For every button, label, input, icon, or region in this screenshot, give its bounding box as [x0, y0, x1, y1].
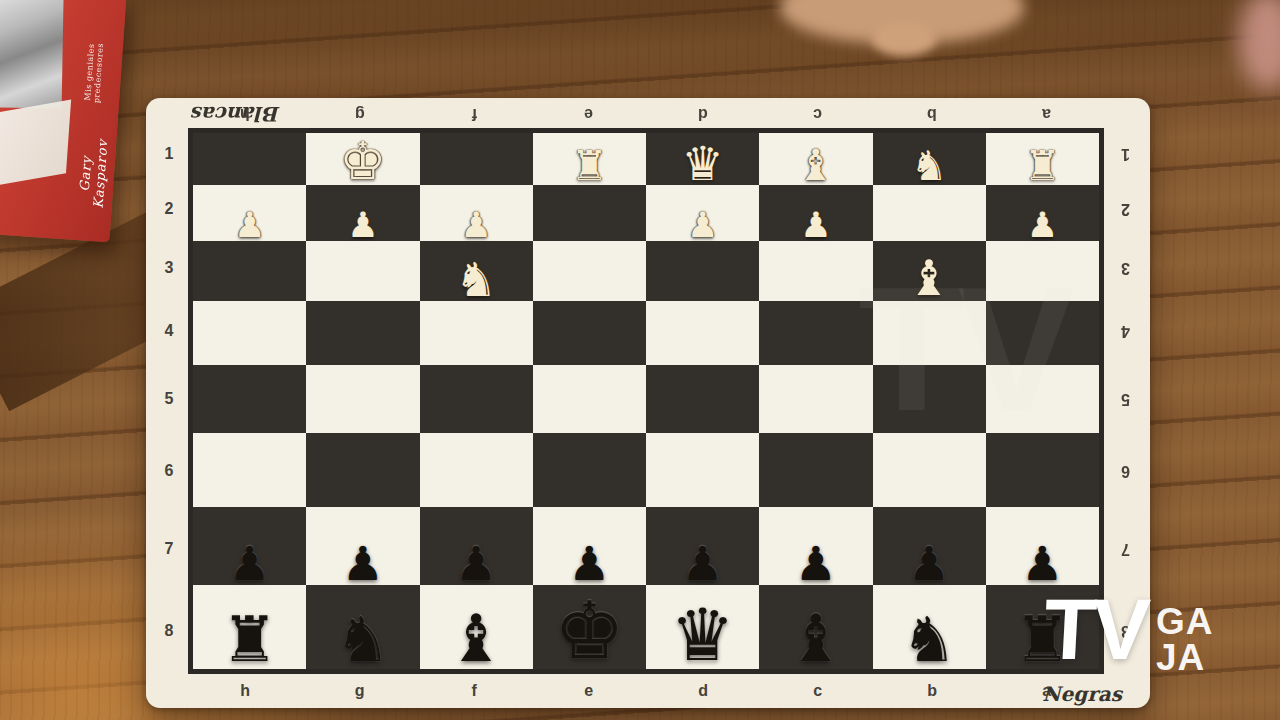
- piece-white-knight-f3[interactable]: ♞: [455, 256, 497, 303]
- piece-black-pawn-e7[interactable]: ♟: [568, 540, 610, 587]
- piece-white-pawn-a2[interactable]: ♟: [1027, 208, 1058, 243]
- square-d3[interactable]: [646, 241, 759, 301]
- channel-line-1: GA: [1156, 604, 1214, 640]
- square-e3[interactable]: [533, 241, 646, 301]
- square-b1[interactable]: ♞: [873, 133, 986, 185]
- square-f5[interactable]: [420, 365, 533, 434]
- square-g7[interactable]: ♟: [306, 507, 419, 586]
- tv-logo-watermark: TV: [1041, 580, 1148, 679]
- square-e2[interactable]: [533, 185, 646, 241]
- square-h4[interactable]: [193, 301, 306, 365]
- piece-black-knight-g8[interactable]: ♞: [335, 609, 391, 671]
- kasparov-book: Gary Kasparov Mis geniales predecesores: [0, 0, 126, 242]
- square-a2[interactable]: ♟: [986, 185, 1099, 241]
- square-c7[interactable]: ♟: [759, 507, 872, 586]
- file-label-g: g: [355, 105, 365, 123]
- piece-white-pawn-f2[interactable]: ♟: [460, 208, 491, 243]
- file-label-h: h: [240, 105, 250, 123]
- piece-black-bishop-c8[interactable]: ♝: [787, 606, 845, 671]
- book-spine: Gary Kasparov Mis geniales predecesores: [75, 20, 119, 222]
- square-h8[interactable]: ♜: [193, 585, 306, 669]
- piece-black-pawn-h7[interactable]: ♟: [229, 540, 271, 587]
- square-c1[interactable]: ♝: [759, 133, 872, 185]
- left-rank-labels: 12345678: [154, 128, 184, 674]
- square-c6[interactable]: [759, 433, 872, 506]
- piece-black-pawn-f7[interactable]: ♟: [455, 540, 497, 587]
- file-label-d: d: [698, 105, 708, 123]
- square-h3[interactable]: [193, 241, 306, 301]
- file-label-b: b: [927, 105, 937, 123]
- square-a1[interactable]: ♜: [986, 133, 1099, 185]
- square-c2[interactable]: ♟: [759, 185, 872, 241]
- square-d4[interactable]: [646, 301, 759, 365]
- square-e8[interactable]: ♚: [533, 585, 646, 669]
- rank-label-3: 3: [165, 259, 174, 277]
- square-g6[interactable]: [306, 433, 419, 506]
- square-h6[interactable]: [193, 433, 306, 506]
- piece-black-pawn-d7[interactable]: ♟: [682, 540, 724, 587]
- book-cover-band: [0, 99, 71, 190]
- top-file-labels: hgfedcba: [188, 102, 1104, 126]
- piece-black-pawn-b7[interactable]: ♟: [908, 540, 950, 587]
- square-g1[interactable]: ♚: [306, 133, 419, 185]
- square-e5[interactable]: [533, 365, 646, 434]
- piece-white-rook-a1[interactable]: ♜: [1024, 146, 1061, 187]
- square-b8[interactable]: ♞: [873, 585, 986, 669]
- square-g3[interactable]: [306, 241, 419, 301]
- rank-label-4: 4: [1121, 322, 1130, 340]
- presenter-hand-knuckle: [872, 22, 936, 56]
- rank-label-2: 2: [1121, 200, 1130, 218]
- file-label-e: e: [584, 105, 593, 123]
- book-cover-photo: [0, 0, 64, 109]
- square-d5[interactable]: [646, 365, 759, 434]
- rank-label-1: 1: [165, 145, 174, 163]
- square-g5[interactable]: [306, 365, 419, 434]
- square-b6[interactable]: [873, 433, 986, 506]
- chess-board: Blancas hgfedcba 12345678 12345678 ♚♜♛♝♞…: [146, 98, 1150, 708]
- square-d1[interactable]: ♛: [646, 133, 759, 185]
- square-f1[interactable]: [420, 133, 533, 185]
- square-f2[interactable]: ♟: [420, 185, 533, 241]
- rank-label-6: 6: [1121, 462, 1130, 480]
- book-title: Mis geniales predecesores: [81, 20, 118, 125]
- black-side-label: Negras: [1042, 682, 1122, 706]
- rank-label-4: 4: [165, 322, 174, 340]
- square-c5[interactable]: [759, 365, 872, 434]
- square-e6[interactable]: [533, 433, 646, 506]
- piece-black-knight-b8[interactable]: ♞: [901, 609, 957, 671]
- square-e4[interactable]: [533, 301, 646, 365]
- square-e7[interactable]: ♟: [533, 507, 646, 586]
- top-right-blur-object: [1238, 0, 1280, 90]
- square-d7[interactable]: ♟: [646, 507, 759, 586]
- rank-label-7: 7: [165, 540, 174, 558]
- piece-white-pawn-c2[interactable]: ♟: [800, 208, 831, 243]
- piece-black-bishop-f8[interactable]: ♝: [447, 606, 505, 671]
- rank-label-1: 1: [1121, 145, 1130, 163]
- file-label-a: a: [1042, 105, 1051, 123]
- square-f4[interactable]: [420, 301, 533, 365]
- square-f8[interactable]: ♝: [420, 585, 533, 669]
- square-b5[interactable]: [873, 365, 986, 434]
- piece-white-rook-e1[interactable]: ♜: [571, 146, 608, 187]
- square-a3[interactable]: [986, 241, 1099, 301]
- square-a7[interactable]: ♟: [986, 507, 1099, 586]
- file-label-f: f: [472, 105, 477, 123]
- piece-black-queen-d8[interactable]: ♛: [670, 599, 735, 671]
- piece-white-bishop-b3[interactable]: ♝: [907, 254, 951, 303]
- piece-white-pawn-g2[interactable]: ♟: [347, 208, 378, 243]
- file-label-h: h: [240, 682, 250, 700]
- square-c3[interactable]: [759, 241, 872, 301]
- piece-white-knight-b1[interactable]: ♞: [911, 146, 948, 187]
- square-h1[interactable]: [193, 133, 306, 185]
- scene: Gary Kasparov Mis geniales predecesores …: [0, 0, 1280, 720]
- square-g2[interactable]: ♟: [306, 185, 419, 241]
- rank-label-5: 5: [165, 390, 174, 408]
- file-label-c: c: [813, 682, 822, 700]
- square-e1[interactable]: ♜: [533, 133, 646, 185]
- square-b3[interactable]: ♝: [873, 241, 986, 301]
- square-b2[interactable]: [873, 185, 986, 241]
- square-b7[interactable]: ♟: [873, 507, 986, 586]
- channel-name-watermark: GA JA: [1156, 604, 1214, 676]
- piece-black-king-e8[interactable]: ♚: [554, 592, 625, 671]
- file-label-c: c: [813, 105, 822, 123]
- piece-white-bishop-c1[interactable]: ♝: [797, 144, 836, 187]
- square-d6[interactable]: [646, 433, 759, 506]
- board-grid: ♚♜♛♝♞♜♟♟♟♟♟♟♞♝♟♟♟♟♟♟♟♟♜♞♝♚♛♝♞♜: [188, 128, 1104, 674]
- channel-line-2: JA: [1156, 640, 1214, 676]
- piece-white-king-g1[interactable]: ♚: [340, 135, 387, 187]
- rank-label-3: 3: [1121, 259, 1130, 277]
- square-d2[interactable]: ♟: [646, 185, 759, 241]
- square-c4[interactable]: [759, 301, 872, 365]
- file-label-g: g: [355, 682, 365, 700]
- rank-label-2: 2: [165, 200, 174, 218]
- square-b4[interactable]: [873, 301, 986, 365]
- rank-label-7: 7: [1121, 540, 1130, 558]
- square-a6[interactable]: [986, 433, 1099, 506]
- square-h5[interactable]: [193, 365, 306, 434]
- square-c8[interactable]: ♝: [759, 585, 872, 669]
- square-a5[interactable]: [986, 365, 1099, 434]
- square-f7[interactable]: ♟: [420, 507, 533, 586]
- square-f3[interactable]: ♞: [420, 241, 533, 301]
- book-author: Gary Kasparov: [75, 125, 112, 222]
- rank-label-5: 5: [1121, 390, 1130, 408]
- rank-label-8: 8: [165, 622, 174, 640]
- rank-label-6: 6: [165, 462, 174, 480]
- square-a4[interactable]: [986, 301, 1099, 365]
- piece-black-rook-h8[interactable]: ♜: [221, 608, 277, 671]
- piece-black-pawn-g7[interactable]: ♟: [342, 540, 384, 587]
- piece-white-pawn-d2[interactable]: ♟: [687, 208, 718, 243]
- square-f6[interactable]: [420, 433, 533, 506]
- file-label-d: d: [698, 682, 708, 700]
- piece-white-queen-d1[interactable]: ♛: [682, 140, 724, 187]
- square-g8[interactable]: ♞: [306, 585, 419, 669]
- square-g4[interactable]: [306, 301, 419, 365]
- file-label-f: f: [472, 682, 477, 700]
- file-label-b: b: [927, 682, 937, 700]
- piece-white-pawn-h2[interactable]: ♟: [234, 208, 265, 243]
- file-label-e: e: [584, 682, 593, 700]
- bottom-file-labels: hgfedcba: [188, 678, 1104, 704]
- piece-black-pawn-c7[interactable]: ♟: [795, 540, 837, 587]
- square-h7[interactable]: ♟: [193, 507, 306, 586]
- square-d8[interactable]: ♛: [646, 585, 759, 669]
- square-h2[interactable]: ♟: [193, 185, 306, 241]
